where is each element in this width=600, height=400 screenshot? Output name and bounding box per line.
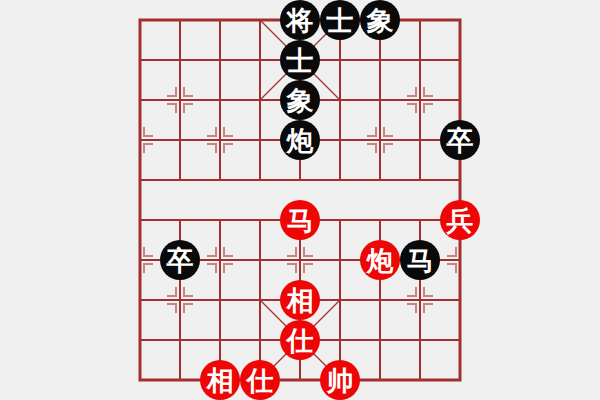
pieces-layer: 将士象士象炮卒马兵卒炮马相仕相仕帅 — [0, 0, 600, 400]
red-general[interactable]: 帅 — [320, 360, 360, 400]
black-elephant[interactable]: 象 — [360, 0, 400, 40]
black-cannon[interactable]: 炮 — [280, 120, 320, 160]
red-soldier[interactable]: 兵 — [440, 200, 480, 240]
black-advisor[interactable]: 士 — [280, 40, 320, 80]
black-horse[interactable]: 马 — [400, 240, 440, 280]
red-advisor[interactable]: 仕 — [240, 360, 280, 400]
black-soldier[interactable]: 卒 — [440, 120, 480, 160]
black-soldier[interactable]: 卒 — [160, 240, 200, 280]
black-elephant[interactable]: 象 — [280, 80, 320, 120]
red-cannon[interactable]: 炮 — [360, 240, 400, 280]
red-elephant[interactable]: 相 — [280, 280, 320, 320]
xiangqi-app: 将士象士象炮卒马兵卒炮马相仕相仕帅 — [0, 0, 600, 400]
red-elephant[interactable]: 相 — [200, 360, 240, 400]
red-horse[interactable]: 马 — [280, 200, 320, 240]
black-advisor[interactable]: 士 — [320, 0, 360, 40]
red-advisor[interactable]: 仕 — [280, 320, 320, 360]
black-general[interactable]: 将 — [280, 0, 320, 40]
